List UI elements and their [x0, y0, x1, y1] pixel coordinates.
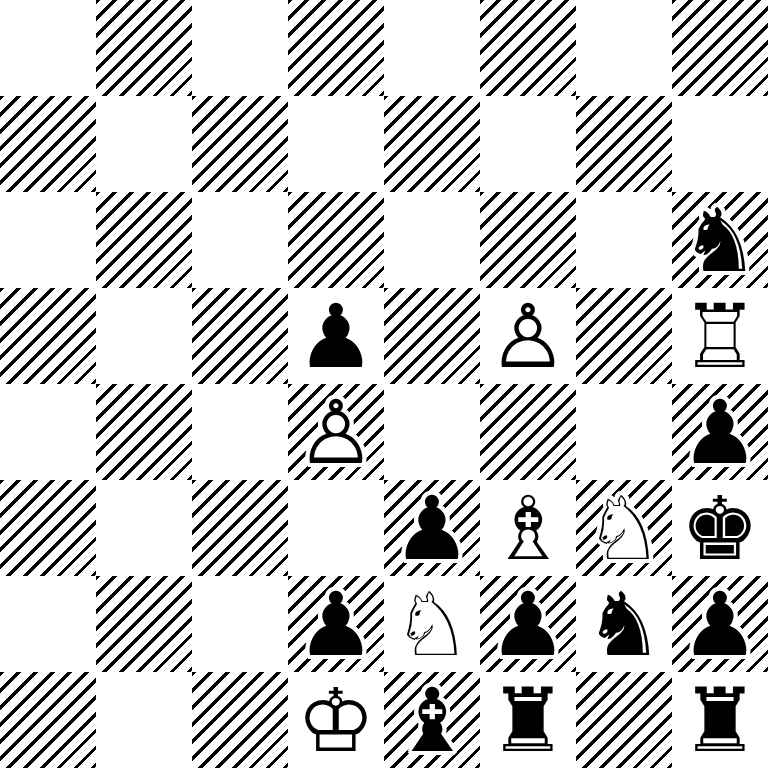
- square-h6[interactable]: ♞♞: [672, 192, 768, 288]
- square-h7[interactable]: [672, 96, 768, 192]
- square-a8[interactable]: [0, 0, 96, 96]
- square-a4[interactable]: [0, 384, 96, 480]
- square-c1[interactable]: [192, 672, 288, 768]
- square-g2[interactable]: ♞♞: [576, 576, 672, 672]
- piece-bp-h4[interactable]: ♟♟: [672, 384, 768, 480]
- white-king-icon: ♔: [288, 672, 384, 768]
- square-b7[interactable]: [96, 96, 192, 192]
- square-e7[interactable]: [384, 96, 480, 192]
- square-f7[interactable]: [480, 96, 576, 192]
- white-pawn-icon: ♙: [480, 288, 576, 384]
- square-c3[interactable]: [192, 480, 288, 576]
- black-knight-icon: ♞: [672, 192, 768, 288]
- square-a7[interactable]: [0, 96, 96, 192]
- square-f2[interactable]: ♟♟: [480, 576, 576, 672]
- black-pawn-icon: ♟: [672, 384, 768, 480]
- piece-bp-d5[interactable]: ♟♟: [288, 288, 384, 384]
- square-c7[interactable]: [192, 96, 288, 192]
- square-c5[interactable]: [192, 288, 288, 384]
- square-e8[interactable]: [384, 0, 480, 96]
- square-c8[interactable]: [192, 0, 288, 96]
- square-h2[interactable]: ♟♟: [672, 576, 768, 672]
- piece-br-h1[interactable]: ♜♜: [672, 672, 768, 768]
- square-e6[interactable]: [384, 192, 480, 288]
- piece-bn-h6[interactable]: ♞♞: [672, 192, 768, 288]
- square-b5[interactable]: [96, 288, 192, 384]
- square-d3[interactable]: [288, 480, 384, 576]
- black-pawn-icon: ♟: [672, 576, 768, 672]
- square-g1[interactable]: [576, 672, 672, 768]
- black-pawn-icon: ♟: [288, 288, 384, 384]
- white-pawn-icon: ♙: [288, 384, 384, 480]
- square-g3[interactable]: ♞♘: [576, 480, 672, 576]
- square-e4[interactable]: [384, 384, 480, 480]
- square-b8[interactable]: [96, 0, 192, 96]
- square-a3[interactable]: [0, 480, 96, 576]
- square-b1[interactable]: [96, 672, 192, 768]
- black-rook-icon: ♜: [672, 672, 768, 768]
- square-e1[interactable]: ♝♝: [384, 672, 480, 768]
- white-rook-icon: ♖: [672, 288, 768, 384]
- square-g7[interactable]: [576, 96, 672, 192]
- piece-bp-e3[interactable]: ♟♟: [384, 480, 480, 576]
- black-pawn-icon: ♟: [480, 576, 576, 672]
- square-b2[interactable]: [96, 576, 192, 672]
- square-h4[interactable]: ♟♟: [672, 384, 768, 480]
- black-king-icon: ♚: [672, 480, 768, 576]
- square-f5[interactable]: ♟♙: [480, 288, 576, 384]
- black-knight-icon: ♞: [576, 576, 672, 672]
- piece-wb-f3[interactable]: ♝♗: [480, 480, 576, 576]
- square-e2[interactable]: ♞♘: [384, 576, 480, 672]
- square-f1[interactable]: ♜♜: [480, 672, 576, 768]
- black-pawn-icon: ♟: [288, 576, 384, 672]
- piece-wn-g3[interactable]: ♞♘: [576, 480, 672, 576]
- square-h8[interactable]: [672, 0, 768, 96]
- piece-br-f1[interactable]: ♜♜: [480, 672, 576, 768]
- square-a5[interactable]: [0, 288, 96, 384]
- square-f6[interactable]: [480, 192, 576, 288]
- piece-bn-g2[interactable]: ♞♞: [576, 576, 672, 672]
- square-d1[interactable]: ♚♔: [288, 672, 384, 768]
- chess-board: ♞♞♟♟♟♙♜♖♟♙♟♟♟♟♝♗♞♘♚♚♟♟♞♘♟♟♞♞♟♟♚♔♝♝♜♜♜♜: [0, 0, 768, 768]
- white-knight-icon: ♘: [576, 480, 672, 576]
- piece-bb-e1[interactable]: ♝♝: [384, 672, 480, 768]
- square-c2[interactable]: [192, 576, 288, 672]
- square-b4[interactable]: [96, 384, 192, 480]
- black-rook-icon: ♜: [480, 672, 576, 768]
- square-d8[interactable]: [288, 0, 384, 96]
- square-g5[interactable]: [576, 288, 672, 384]
- square-b3[interactable]: [96, 480, 192, 576]
- piece-bp-f2[interactable]: ♟♟: [480, 576, 576, 672]
- square-h3[interactable]: ♚♚: [672, 480, 768, 576]
- piece-wn-e2[interactable]: ♞♘: [384, 576, 480, 672]
- white-bishop-icon: ♗: [480, 480, 576, 576]
- square-e5[interactable]: [384, 288, 480, 384]
- square-d6[interactable]: [288, 192, 384, 288]
- chess-diagram: ♞♞♟♟♟♙♜♖♟♙♟♟♟♟♝♗♞♘♚♚♟♟♞♘♟♟♞♞♟♟♚♔♝♝♜♜♜♜: [0, 0, 768, 768]
- square-d4[interactable]: ♟♙: [288, 384, 384, 480]
- black-pawn-icon: ♟: [384, 480, 480, 576]
- square-e3[interactable]: ♟♟: [384, 480, 480, 576]
- piece-wr-h5[interactable]: ♜♖: [672, 288, 768, 384]
- piece-wp-d4[interactable]: ♟♙: [288, 384, 384, 480]
- black-bishop-icon: ♝: [384, 672, 480, 768]
- piece-bp-d2[interactable]: ♟♟: [288, 576, 384, 672]
- square-a2[interactable]: [0, 576, 96, 672]
- square-g6[interactable]: [576, 192, 672, 288]
- square-f8[interactable]: [480, 0, 576, 96]
- square-d2[interactable]: ♟♟: [288, 576, 384, 672]
- square-a1[interactable]: [0, 672, 96, 768]
- square-d7[interactable]: [288, 96, 384, 192]
- square-h5[interactable]: ♜♖: [672, 288, 768, 384]
- square-a6[interactable]: [0, 192, 96, 288]
- piece-wp-f5[interactable]: ♟♙: [480, 288, 576, 384]
- square-d5[interactable]: ♟♟: [288, 288, 384, 384]
- square-b6[interactable]: [96, 192, 192, 288]
- square-c4[interactable]: [192, 384, 288, 480]
- square-c6[interactable]: [192, 192, 288, 288]
- white-knight-icon: ♘: [384, 576, 480, 672]
- piece-wk-d1[interactable]: ♚♔: [288, 672, 384, 768]
- square-h1[interactable]: ♜♜: [672, 672, 768, 768]
- piece-bk-h3[interactable]: ♚♚: [672, 480, 768, 576]
- square-g8[interactable]: [576, 0, 672, 96]
- square-g4[interactable]: [576, 384, 672, 480]
- square-f4[interactable]: [480, 384, 576, 480]
- square-f3[interactable]: ♝♗: [480, 480, 576, 576]
- piece-bp-h2[interactable]: ♟♟: [672, 576, 768, 672]
